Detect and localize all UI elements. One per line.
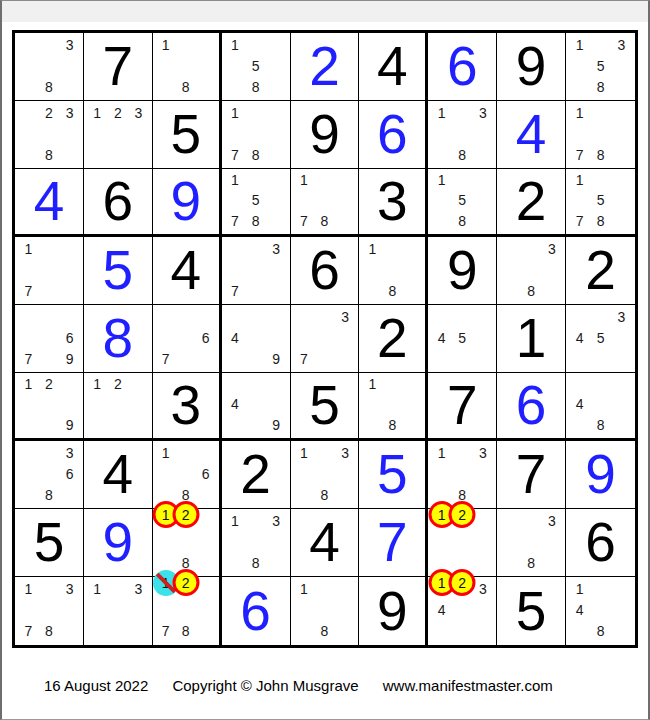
candidate-slot-1: 1 [18,578,39,599]
candidate-slot-9 [473,348,494,369]
candidate-slot-2 [452,170,473,190]
cell-r8c7[interactable]: 12 [428,509,497,577]
cell-r4c2[interactable]: 5 [84,237,153,305]
candidate-slot-5 [382,394,402,414]
candidate-slot-1 [18,102,39,123]
candidate-slot-8: 8 [314,484,335,505]
cell-r4c3[interactable]: 4 [153,237,222,305]
candidate-slot-3 [59,238,80,259]
candidate-slot-6 [473,531,494,552]
cell-r5c5[interactable]: 37 [291,305,360,373]
candidate-slot-2: 2 [176,510,196,531]
cell-r4c8[interactable]: 38 [497,237,566,305]
candidate: 4 [231,397,239,411]
candidate: 6 [66,331,74,345]
cell-r1c9[interactable]: 1358 [566,33,635,101]
candidate-slot-5 [39,55,60,76]
candidate-slot-6 [128,123,149,144]
candidate-slot-7 [500,280,521,301]
candidate-slot-9: 9 [59,415,80,435]
candidate: 3 [66,38,74,52]
candidate: 4 [576,397,584,411]
candidate-slot-4 [156,55,176,76]
candidate-slot-9 [611,415,632,435]
candidate-slot-5 [108,394,129,414]
candidate-slot-9 [128,415,149,435]
candidate-slot-5 [245,259,266,280]
candidate-slot-3: 3 [59,442,80,463]
solved-digit: 5 [103,243,134,298]
candidate-slot-1: 1 [156,34,176,55]
candidate-slot-9 [196,484,216,505]
candidate: 6 [202,331,210,345]
candidate-slot-2 [176,442,196,463]
cell-r8c3[interactable]: 128 [153,509,222,577]
pencil-marks: 18 [362,238,422,301]
candidate-slot-3: 3 [473,442,494,463]
candidate-slot-2 [590,374,611,394]
candidate: 3 [272,514,280,528]
candidate-slot-7 [87,415,108,435]
candidate: 1 [576,582,584,596]
candidate-slot-9 [196,348,216,369]
candidate-slot-8: 8 [39,144,60,165]
candidate-slot-4 [294,463,315,484]
candidate-slot-9 [473,552,494,573]
footer-copyright: Copyright © John Musgrave [172,677,358,694]
cell-r6c6[interactable]: 18 [359,373,428,441]
candidate-slot-3: 3 [473,102,494,123]
candidate-slot-3 [473,306,494,327]
cell-r4c4[interactable]: 37 [222,237,291,305]
cell-r2c7[interactable]: 138 [428,101,497,169]
cell-r2c6[interactable]: 6 [359,101,428,169]
candidate-slot-5 [108,599,129,620]
candidate-slot-9 [473,211,494,231]
candidate-slot-6 [402,394,422,414]
cell-r9c6[interactable]: 9 [359,577,428,645]
candidate-slot-4: 4 [431,599,452,620]
given-digit: 3 [377,174,408,229]
cell-r9c8[interactable]: 5 [497,577,566,645]
cell-r9c3[interactable]: 1278 [153,577,222,645]
candidate-slot-8 [245,280,266,301]
candidate: 2 [45,106,53,120]
cell-r6c4[interactable]: 49 [222,373,291,441]
cell-r9c5[interactable]: 18 [291,577,360,645]
candidate-slot-2 [382,374,402,394]
candidate-slot-6: 6 [196,463,216,484]
candidate-slot-5 [452,531,473,552]
candidate-slot-1: 1 [569,34,590,55]
candidate-slot-4 [18,55,39,76]
candidate-slot-2 [245,102,266,123]
candidate-slot-8 [39,348,60,369]
candidate-slot-8: 8 [245,552,266,573]
cell-r8c5[interactable]: 4 [291,509,360,577]
candidate-slot-2 [590,102,611,123]
cell-r2c5[interactable]: 9 [291,101,360,169]
candidate: 8 [45,80,53,94]
given-digit: 5 [516,584,547,639]
cell-r7c7[interactable]: 138 [428,441,497,509]
candidate-slot-8: 8 [521,552,542,573]
candidate-slot-1 [225,306,246,327]
candidate: 1 [576,173,584,187]
cell-r3c2[interactable]: 6 [84,169,153,237]
candidate-slot-6 [59,599,80,620]
candidate-slot-7 [431,348,452,369]
pencil-marks: 1234 [431,578,493,642]
cell-r2c4[interactable]: 178 [222,101,291,169]
cell-r1c7[interactable]: 6 [428,33,497,101]
candidate-slot-6 [335,599,356,620]
candidate-slot-7 [569,621,590,642]
candidate: 8 [597,214,605,228]
solved-digit: 9 [170,174,201,229]
candidate: 6 [66,467,74,481]
pencil-marks: 17 [18,238,80,301]
cell-r1c4[interactable]: 158 [222,33,291,101]
cell-r9c7[interactable]: 1234 [428,577,497,645]
candidate-slot-6 [473,463,494,484]
given-digit: 5 [309,378,340,433]
candidate: 1 [576,38,584,52]
candidate: 9 [66,418,74,432]
candidate-slot-6 [266,531,287,552]
candidate-slot-9 [473,484,494,505]
candidate-slot-6 [611,55,632,76]
cell-r9c4[interactable]: 6 [222,577,291,645]
pencil-marks: 178 [225,102,287,165]
candidate: 8 [252,556,260,570]
cell-r8c2[interactable]: 9 [84,509,153,577]
candidate: 5 [597,193,605,207]
candidate-slot-3: 3 [59,102,80,123]
candidate-slot-3 [611,102,632,123]
candidate-slot-6 [335,327,356,348]
given-digit: 7 [103,39,134,94]
candidate-slot-7: 7 [225,280,246,301]
candidate: 3 [66,446,74,460]
pencil-marks: 48 [569,374,632,435]
cell-r3c5[interactable]: 178 [291,169,360,237]
candidate-slot-6 [611,327,632,348]
candidate-slot-8 [108,144,129,165]
sudoku-page: 3871815824691358238123517896138417846915… [0,0,650,720]
candidate: 1 [231,106,239,120]
candidate-slot-3: 3 [541,510,562,531]
candidate-slot-6 [59,55,80,76]
cell-r4c6[interactable]: 18 [359,237,428,305]
candidate-slot-7 [225,76,246,97]
pencil-marks: 123 [87,102,149,165]
candidate: 1 [162,38,170,52]
pencil-marks: 38 [18,34,80,97]
candidate: 7 [231,214,239,228]
candidate-slot-9 [335,621,356,642]
given-digit: 6 [103,174,134,229]
candidate-slot-8: 8 [452,211,473,231]
candidate-slot-7 [569,76,590,97]
candidate-slot-9 [473,144,494,165]
cell-r2c1[interactable]: 238 [15,101,84,169]
cell-r7c9[interactable]: 9 [566,441,635,509]
cell-r5c6[interactable]: 2 [359,305,428,373]
candidate-slot-7: 7 [156,348,176,369]
given-digit: 6 [585,515,616,570]
cell-r7c6[interactable]: 5 [359,441,428,509]
cell-r3c6[interactable]: 3 [359,169,428,237]
pencil-marks: 138 [431,442,493,505]
cell-r6c7[interactable]: 7 [428,373,497,441]
candidate-slot-4 [225,190,246,210]
candidate-slot-1 [225,374,246,394]
candidate-slot-1 [18,306,39,327]
given-digit: 2 [377,311,408,366]
candidate-slot-9 [611,76,632,97]
cell-r1c3[interactable]: 18 [153,33,222,101]
candidate-slot-8 [452,348,473,369]
candidate-slot-7 [87,621,108,642]
cell-r2c9[interactable]: 178 [566,101,635,169]
cell-r9c2[interactable]: 13 [84,577,153,645]
given-digit: 5 [170,107,201,162]
candidate-slot-2: 2 [176,578,196,599]
candidate-slot-7 [18,484,39,505]
cell-r4c5[interactable]: 6 [291,237,360,305]
cell-r4c1[interactable]: 17 [15,237,84,305]
candidate-slot-5 [176,55,196,76]
candidate: 1 [24,377,32,391]
cell-r7c4[interactable]: 2 [222,441,291,509]
candidate: 9 [272,418,280,432]
candidate: 8 [321,624,329,638]
candidate-slot-9: 9 [266,415,287,435]
cell-r3c8[interactable]: 2 [497,169,566,237]
cell-r4c7[interactable]: 9 [428,237,497,305]
pencil-marks: 679 [18,306,80,369]
cell-r9c9[interactable]: 148 [566,577,635,645]
candidate-slot-1 [225,238,246,259]
candidate-slot-5 [245,123,266,144]
candidate-slot-6 [266,327,287,348]
candidate-slot-8 [108,415,129,435]
candidate: 1 [231,173,239,187]
candidate: 7 [300,352,308,366]
candidate-highlighted: 2 [172,501,199,528]
candidate-slot-4 [87,123,108,144]
cell-r2c8[interactable]: 4 [497,101,566,169]
candidate-slot-2 [314,578,335,599]
cell-r2c3[interactable]: 5 [153,101,222,169]
cell-r5c7[interactable]: 45 [428,305,497,373]
cell-r7c1[interactable]: 368 [15,441,84,509]
candidate-slot-3 [611,578,632,599]
given-digit: 5 [34,515,65,570]
pencil-marks: 45 [431,306,493,369]
cell-r3c1[interactable]: 4 [15,169,84,237]
candidate: 8 [458,214,466,228]
candidate-slot-4 [225,259,246,280]
cell-r5c2[interactable]: 8 [84,305,153,373]
cell-r6c2[interactable]: 12 [84,373,153,441]
candidate-slot-9 [59,144,80,165]
given-digit: 7 [447,378,478,433]
candidate-slot-7: 7 [18,621,39,642]
candidate-slot-5: 5 [245,190,266,210]
candidate-slot-6 [541,531,562,552]
candidate-slot-1 [569,306,590,327]
candidate-slot-5 [314,463,335,484]
candidate: 8 [45,148,53,162]
cell-r8c6[interactable]: 7 [359,509,428,577]
candidate-slot-2: 2 [452,578,473,599]
candidate-slot-3 [196,306,216,327]
candidate: 8 [597,80,605,94]
pencil-marks: 168 [156,442,216,505]
pencil-marks: 138 [225,510,287,573]
cell-r4c9[interactable]: 2 [566,237,635,305]
candidate-slot-9 [59,621,80,642]
candidate-slot-9 [266,280,287,301]
pencil-marks: 18 [362,374,422,435]
cell-r5c3[interactable]: 67 [153,305,222,373]
pencil-marks: 158 [431,170,493,231]
cell-r1c6[interactable]: 4 [359,33,428,101]
cell-r6c3[interactable]: 3 [153,373,222,441]
candidate-highlighted: 2 [449,569,476,596]
candidate-slot-7: 7 [569,144,590,165]
pencil-marks: 1278 [156,578,216,642]
candidate-highlighted: 2 [172,569,199,596]
cell-r3c9[interactable]: 1578 [566,169,635,237]
cell-r3c7[interactable]: 158 [428,169,497,237]
candidate-slot-3: 3 [611,34,632,55]
cell-r3c3[interactable]: 9 [153,169,222,237]
candidate-slot-2 [521,510,542,531]
footer-website: www.manifestmaster.com [383,677,553,694]
candidate-slot-7 [87,144,108,165]
candidate: 3 [341,446,349,460]
candidate-slot-6 [473,599,494,620]
candidate-slot-9 [335,211,356,231]
cell-r7c2[interactable]: 4 [84,441,153,509]
candidate-slot-9 [335,484,356,505]
candidate-slot-6 [473,190,494,210]
pencil-marks: 368 [18,442,80,505]
cell-r6c9[interactable]: 48 [566,373,635,441]
pencil-marks: 18 [156,34,216,97]
cell-r5c4[interactable]: 49 [222,305,291,373]
candidate-slot-8: 8 [382,280,402,301]
candidate-slot-1 [431,306,452,327]
candidate-slot-2 [452,306,473,327]
cell-r5c1[interactable]: 679 [15,305,84,373]
cell-r1c1[interactable]: 38 [15,33,84,101]
candidate-slot-9 [335,348,356,369]
candidate-slot-3: 3 [128,102,149,123]
candidate-slot-2 [39,442,60,463]
candidate-slot-7 [294,484,315,505]
cell-r7c5[interactable]: 138 [291,441,360,509]
sudoku-board: 3871815824691358238123517896138417846915… [12,30,638,648]
cell-r7c3[interactable]: 168 [153,441,222,509]
cell-r8c9[interactable]: 6 [566,509,635,577]
candidate: 7 [231,148,239,162]
candidate: 8 [252,80,260,94]
candidate-slot-5: 5 [590,55,611,76]
pencil-marks: 148 [569,578,632,642]
cell-r3c4[interactable]: 1578 [222,169,291,237]
candidate-slot-4 [156,463,176,484]
candidate-slot-3: 3 [611,306,632,327]
candidate-slot-4 [569,55,590,76]
candidate-slot-4 [156,531,176,552]
candidate-slot-7 [362,415,382,435]
cell-r7c8[interactable]: 7 [497,441,566,509]
candidate-slot-7 [225,415,246,435]
candidate-slot-7 [362,280,382,301]
candidate-slot-1 [18,34,39,55]
cell-r1c5[interactable]: 2 [291,33,360,101]
cell-r9c1[interactable]: 1378 [15,577,84,645]
candidate-slot-4 [569,190,590,210]
candidate-slot-3: 3 [541,238,562,259]
cell-r8c4[interactable]: 138 [222,509,291,577]
solved-digit: 6 [516,378,547,433]
candidate-slot-5 [245,531,266,552]
candidate-slot-8: 8 [245,76,266,97]
candidate-slot-3 [335,578,356,599]
cell-r5c8[interactable]: 1 [497,305,566,373]
candidate: 8 [182,556,190,570]
candidate-slot-7 [294,621,315,642]
cell-r8c1[interactable]: 5 [15,509,84,577]
candidate-slot-3: 3 [266,510,287,531]
candidate: 9 [66,352,74,366]
candidate-slot-7: 7 [294,348,315,369]
solved-digit: 6 [377,107,408,162]
candidate-slot-8: 8 [39,621,60,642]
candidate-slot-2 [590,170,611,190]
cell-r8c8[interactable]: 38 [497,509,566,577]
candidate: 1 [231,38,239,52]
cell-r1c8[interactable]: 9 [497,33,566,101]
candidate-slot-4 [431,190,452,210]
candidate: 4 [576,603,584,617]
cell-r1c2[interactable]: 7 [84,33,153,101]
candidate-slot-8: 8 [245,144,266,165]
candidate-slot-4: 4 [569,327,590,348]
candidate-slot-5 [590,123,611,144]
cell-r6c8[interactable]: 6 [497,373,566,441]
cell-r6c5[interactable]: 5 [291,373,360,441]
candidate-slot-8 [452,621,473,642]
cell-r2c2[interactable]: 123 [84,101,153,169]
candidate-slot-1 [294,306,315,327]
candidate-slot-6 [59,123,80,144]
cell-r5c9[interactable]: 345 [566,305,635,373]
cell-r6c1[interactable]: 129 [15,373,84,441]
candidate: 1 [24,582,32,596]
candidate-slot-6 [611,123,632,144]
candidate-slot-2 [590,306,611,327]
candidate-slot-6 [128,394,149,414]
candidate: 8 [252,148,260,162]
candidate: 8 [321,488,329,502]
candidate-slot-5 [39,463,60,484]
